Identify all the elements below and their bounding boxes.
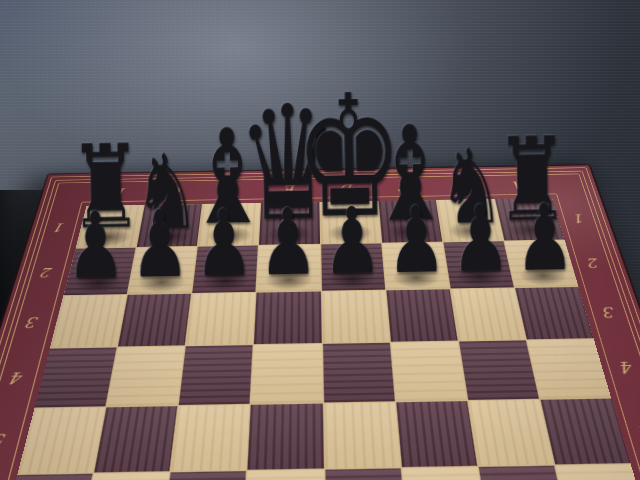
square-a5 bbox=[540, 398, 630, 464]
square-g2: ♟ bbox=[128, 247, 197, 295]
square-a4 bbox=[527, 340, 611, 399]
black-bishop-c1: ♝ bbox=[367, 109, 454, 241]
piece-shadow bbox=[327, 223, 373, 242]
square-b4 bbox=[459, 341, 539, 400]
piece-shadow bbox=[267, 224, 313, 243]
square-d3 bbox=[321, 291, 389, 344]
piece-shadow bbox=[144, 227, 192, 247]
file-label-b: B bbox=[432, 178, 492, 194]
square-f1: ♝ bbox=[198, 203, 260, 246]
rank-label-right-3: 3 bbox=[588, 286, 633, 339]
square-e6 bbox=[244, 469, 324, 480]
square-c5 bbox=[396, 401, 477, 467]
square-c2: ♟ bbox=[382, 242, 449, 289]
square-c4 bbox=[391, 342, 467, 401]
square-d1: ♚ bbox=[320, 201, 381, 244]
square-g4 bbox=[107, 347, 185, 406]
black-knight-g1: ♞ bbox=[132, 140, 201, 245]
square-h4 bbox=[35, 348, 117, 407]
square-a2: ♟ bbox=[504, 240, 578, 287]
piece-shadow bbox=[517, 265, 570, 286]
square-c6 bbox=[402, 467, 489, 480]
square-f5 bbox=[171, 404, 250, 470]
rank-label-right-2: 2 bbox=[573, 240, 615, 287]
square-h5 bbox=[18, 407, 106, 474]
rank-label-right-4: 4 bbox=[604, 338, 640, 397]
square-a6 bbox=[555, 464, 640, 480]
square-g1: ♞ bbox=[137, 204, 202, 247]
square-e3 bbox=[254, 292, 321, 345]
chess-board: HHGGFFEEDDCCBBAA1122334455667788 ♜♞♝♛♚♝♞… bbox=[0, 165, 640, 480]
square-e2: ♟ bbox=[257, 245, 320, 292]
square-e5 bbox=[248, 403, 323, 469]
file-label-a: A bbox=[489, 177, 550, 193]
square-c3 bbox=[386, 290, 457, 343]
board-grid: ♜♞♝♛♚♝♞♜♟♟♟♟♟♟♟♟ bbox=[0, 198, 640, 480]
square-g3 bbox=[118, 294, 191, 347]
rank-label-left-6: 6 bbox=[0, 474, 7, 480]
square-b5 bbox=[468, 399, 554, 465]
square-a1: ♜ bbox=[495, 198, 565, 241]
square-e1: ♛ bbox=[259, 202, 319, 245]
piece-shadow bbox=[328, 268, 377, 290]
piece-shadow bbox=[71, 273, 123, 295]
square-h6 bbox=[0, 473, 93, 480]
rank-label-left-1: 1 bbox=[41, 206, 79, 249]
square-d4 bbox=[322, 343, 394, 402]
file-label-g: G bbox=[146, 183, 206, 199]
square-h1: ♜ bbox=[76, 205, 144, 248]
square-b3 bbox=[451, 288, 526, 340]
piece-shadow bbox=[387, 222, 434, 241]
square-b1: ♞ bbox=[437, 199, 504, 242]
black-rook-h1: ♜ bbox=[67, 129, 143, 246]
piece-shadow bbox=[83, 228, 132, 248]
file-label-d: D bbox=[319, 180, 377, 196]
board-tilt-wrapper: HHGGFFEEDDCCBBAA1122334455667788 ♜♞♝♛♚♝♞… bbox=[0, 0, 640, 480]
square-f4 bbox=[179, 345, 253, 404]
piece-shadow bbox=[200, 271, 249, 293]
file-label-f: F bbox=[204, 182, 263, 198]
square-g6 bbox=[80, 472, 169, 480]
piece-shadow bbox=[447, 221, 496, 240]
square-f6 bbox=[162, 471, 246, 480]
piece-shadow bbox=[454, 266, 506, 287]
file-label-e: E bbox=[261, 181, 319, 197]
coordinate-labels: HHGGFFEEDDCCBBAA1122334455667788 bbox=[49, 165, 589, 174]
square-d6 bbox=[325, 468, 407, 480]
file-label-h: H bbox=[88, 184, 149, 200]
square-h2: ♟ bbox=[64, 248, 136, 296]
square-d2: ♟ bbox=[321, 244, 385, 291]
rank-label-left-4: 4 bbox=[0, 349, 40, 408]
piece-shadow bbox=[391, 267, 441, 288]
piece-shadow bbox=[136, 272, 187, 294]
square-a3 bbox=[515, 287, 594, 339]
black-knight-b1: ♞ bbox=[438, 135, 507, 240]
file-label-c: C bbox=[376, 179, 435, 195]
square-g5 bbox=[94, 406, 177, 472]
square-f2: ♟ bbox=[192, 246, 258, 293]
rank-label-left-2: 2 bbox=[27, 249, 67, 297]
rank-label-right-1: 1 bbox=[560, 197, 599, 240]
piece-shadow bbox=[265, 269, 313, 291]
square-d5 bbox=[323, 402, 400, 468]
square-b2: ♟ bbox=[443, 241, 514, 288]
square-h3 bbox=[50, 295, 127, 348]
square-f3 bbox=[186, 293, 256, 346]
square-e4 bbox=[251, 344, 322, 403]
square-c1: ♝ bbox=[378, 200, 442, 243]
piece-shadow bbox=[205, 226, 252, 246]
piece-shadow bbox=[507, 220, 557, 239]
scene: HHGGFFEEDDCCBBAA1122334455667788 ♜♞♝♛♚♝♞… bbox=[0, 0, 640, 480]
rank-label-left-3: 3 bbox=[11, 296, 54, 349]
black-rook-a1: ♜ bbox=[495, 122, 571, 239]
